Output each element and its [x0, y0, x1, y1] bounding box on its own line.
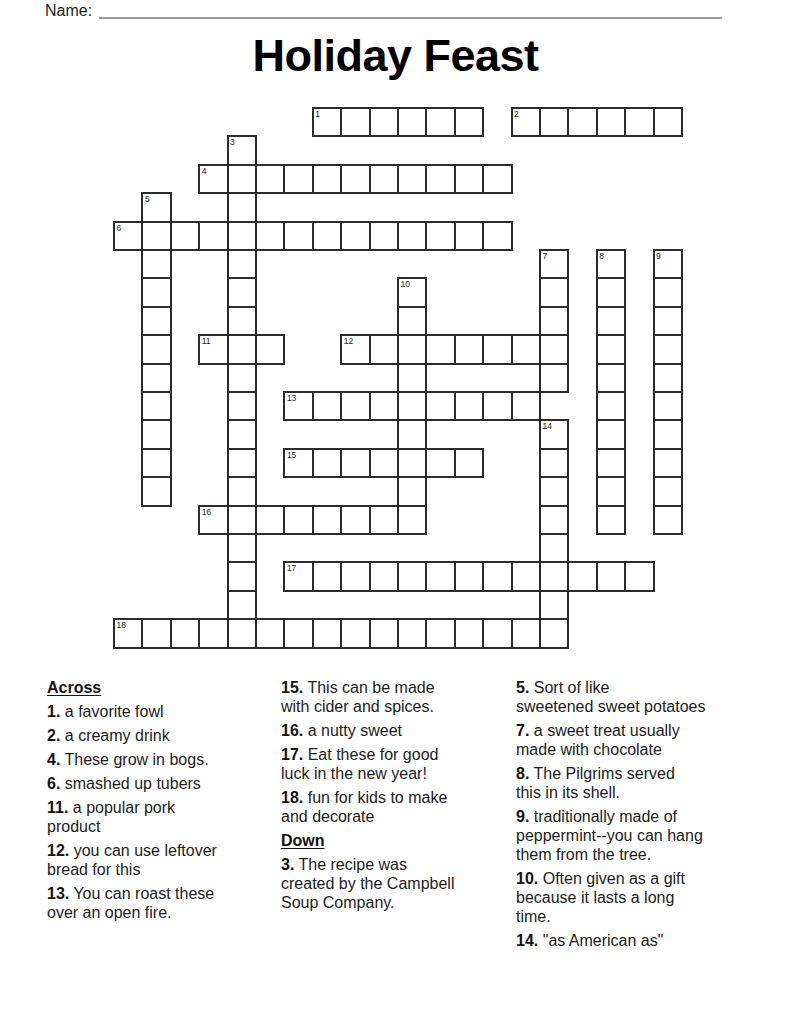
grid-cell[interactable] — [227, 505, 257, 535]
grid-cell[interactable] — [283, 164, 313, 194]
grid-cell[interactable] — [454, 448, 484, 478]
grid-cell[interactable] — [425, 164, 455, 194]
grid-cell[interactable] — [369, 391, 399, 421]
grid-cell[interactable] — [141, 334, 171, 364]
grid-cell[interactable] — [283, 221, 313, 251]
grid-cell[interactable] — [454, 164, 484, 194]
clue-item-number: 15. — [281, 679, 303, 696]
grid-cell[interactable] — [511, 391, 541, 421]
grid-cell[interactable] — [340, 221, 370, 251]
clue-item-11-across: 11. a popular porkproduct — [47, 798, 275, 836]
grid-cell[interactable] — [425, 334, 455, 364]
clue-item-number: 7. — [516, 722, 529, 739]
grid-cell[interactable] — [511, 618, 541, 648]
clue-number: 11 — [202, 337, 211, 346]
grid-cell[interactable] — [340, 505, 370, 535]
grid-cell[interactable] — [227, 533, 257, 563]
grid-cell[interactable] — [425, 561, 455, 591]
grid-cell[interactable] — [653, 306, 683, 336]
grid-cell[interactable] — [141, 391, 171, 421]
grid-cell[interactable] — [340, 107, 370, 137]
grid-cell[interactable] — [539, 618, 569, 648]
grid-cell[interactable] — [539, 476, 569, 506]
grid-cell[interactable] — [369, 164, 399, 194]
clue-number: 4 — [202, 167, 207, 176]
grid-cell[interactable] — [198, 221, 228, 251]
clue-item-15-across: 15. This can be madewith cider and spice… — [281, 678, 501, 716]
grid-cell[interactable] — [255, 618, 285, 648]
grid-cell[interactable] — [539, 505, 569, 535]
grid-cell[interactable] — [340, 448, 370, 478]
grid-cell[interactable] — [567, 561, 597, 591]
grid-cell[interactable] — [596, 505, 626, 535]
clue-number: 14 — [543, 422, 552, 431]
grid-cell[interactable] — [425, 221, 455, 251]
clue-number: 6 — [117, 224, 122, 233]
grid-cell[interactable] — [425, 391, 455, 421]
grid-cell[interactable] — [283, 505, 313, 535]
grid-cell[interactable] — [141, 618, 171, 648]
grid-cell[interactable] — [454, 107, 484, 137]
clue-item-number: 17. — [281, 746, 303, 763]
clues-heading-across: Across — [47, 678, 275, 697]
clue-item-9-down: 9. traditionally made ofpeppermint--you … — [516, 807, 764, 864]
grid-cell[interactable] — [482, 391, 512, 421]
grid-cell[interactable] — [539, 363, 569, 393]
clue-number: 1 — [315, 110, 320, 119]
clue-item-12-across: 12. you can use leftoverbread for this — [47, 841, 275, 879]
grid-cell[interactable] — [482, 334, 512, 364]
grid-cell[interactable] — [227, 334, 257, 364]
grid-cell[interactable] — [596, 107, 626, 137]
grid-cell[interactable] — [653, 419, 683, 449]
grid-cell[interactable] — [425, 107, 455, 137]
grid-cell[interactable] — [227, 277, 257, 307]
clue-number: 9 — [656, 252, 661, 261]
grid-cell[interactable] — [539, 277, 569, 307]
grid-cell[interactable] — [397, 363, 427, 393]
grid-cell[interactable] — [227, 476, 257, 506]
clues-heading-down: Down — [281, 831, 501, 850]
grid-cell[interactable] — [312, 448, 342, 478]
grid-cell[interactable] — [539, 448, 569, 478]
grid-cell[interactable] — [227, 618, 257, 648]
grid-cell[interactable] — [340, 391, 370, 421]
grid-cell[interactable] — [624, 107, 654, 137]
clue-item-17-across: 17. Eat these for goodluck in the new ye… — [281, 745, 501, 783]
clue-number: 15 — [287, 451, 296, 460]
grid-cell[interactable] — [482, 164, 512, 194]
grid-cell[interactable] — [397, 221, 427, 251]
grid-cell[interactable] — [397, 334, 427, 364]
clue-item-number: 2. — [47, 727, 60, 744]
grid-cell[interactable] — [369, 107, 399, 137]
grid-cell[interactable] — [397, 419, 427, 449]
clue-number: 13 — [287, 394, 296, 403]
grid-cell[interactable] — [141, 363, 171, 393]
grid-cell[interactable] — [539, 107, 569, 137]
clue-item-3-down: 3. The recipe wascreated by the Campbell… — [281, 855, 501, 912]
grid-cell[interactable] — [397, 618, 427, 648]
grid-cell[interactable] — [596, 391, 626, 421]
grid-cell[interactable] — [312, 221, 342, 251]
clue-item-8-down: 8. The Pilgrims servedthis in its shell. — [516, 764, 764, 802]
clues-column-2: 15. This can be madewith cider and spice… — [281, 678, 501, 917]
grid-cell[interactable] — [454, 221, 484, 251]
grid-cell[interactable] — [340, 561, 370, 591]
grid-cell[interactable] — [653, 505, 683, 535]
grid-cell[interactable] — [340, 164, 370, 194]
clue-number: 12 — [344, 337, 353, 346]
grid-cell[interactable] — [312, 618, 342, 648]
grid-cell[interactable] — [397, 164, 427, 194]
grid-cell[interactable] — [312, 391, 342, 421]
grid-cell[interactable] — [227, 391, 257, 421]
grid-cell[interactable] — [141, 476, 171, 506]
grid-cell[interactable] — [482, 561, 512, 591]
clue-item-13-across: 13. You can roast theseover an open fire… — [47, 884, 275, 922]
grid-cell[interactable] — [511, 334, 541, 364]
clue-number: 8 — [599, 252, 604, 261]
clue-item-number: 11. — [47, 799, 68, 816]
grid-cell[interactable] — [141, 448, 171, 478]
grid-cell[interactable] — [141, 221, 171, 251]
clue-item-number: 4. — [47, 751, 60, 768]
clue-item-number: 10. — [516, 870, 538, 887]
grid-cell[interactable] — [397, 306, 427, 336]
grid-cell[interactable] — [141, 419, 171, 449]
grid-cell[interactable] — [255, 164, 285, 194]
grid-cell[interactable] — [227, 590, 257, 620]
grid-cell[interactable] — [227, 306, 257, 336]
grid-cell[interactable] — [312, 164, 342, 194]
clue-item-number: 14. — [516, 932, 538, 949]
grid-cell[interactable] — [425, 618, 455, 648]
grid-cell[interactable] — [255, 221, 285, 251]
clue-item-4-across: 4. These grow in bogs. — [47, 750, 275, 769]
grid-cell[interactable] — [454, 618, 484, 648]
grid-cell[interactable] — [596, 419, 626, 449]
grid-cell[interactable] — [283, 618, 313, 648]
grid-cell[interactable] — [227, 561, 257, 591]
grid-cell[interactable] — [653, 476, 683, 506]
grid-cell[interactable] — [369, 618, 399, 648]
grid-cell[interactable] — [454, 561, 484, 591]
clue-item-number: 3. — [281, 856, 294, 873]
grid-cell[interactable] — [312, 505, 342, 535]
clue-item-number: 12. — [47, 842, 69, 859]
crossword-grid: 124611121315161718357891014 — [0, 0, 791, 660]
grid-cell[interactable] — [653, 334, 683, 364]
grid-cell[interactable] — [539, 533, 569, 563]
grid-cell[interactable] — [170, 618, 200, 648]
clue-item-1-across: 1. a favorite fowl — [47, 702, 275, 721]
grid-cell[interactable] — [539, 306, 569, 336]
grid-cell[interactable] — [596, 277, 626, 307]
grid-cell[interactable] — [596, 561, 626, 591]
clue-item-number: 18. — [281, 789, 303, 806]
clue-item-number: 13. — [47, 885, 69, 902]
clue-item-number: 6. — [47, 775, 60, 792]
clue-item-2-across: 2. a creamy drink — [47, 726, 275, 745]
grid-cell[interactable] — [397, 391, 427, 421]
grid-cell[interactable] — [397, 505, 427, 535]
grid-cell[interactable] — [198, 618, 228, 648]
clue-number: 17 — [287, 564, 296, 573]
grid-cell[interactable] — [454, 334, 484, 364]
clue-item-number: 8. — [516, 765, 529, 782]
grid-cell[interactable] — [653, 448, 683, 478]
grid-cell[interactable] — [454, 391, 484, 421]
grid-cell[interactable] — [141, 277, 171, 307]
grid-cell[interactable] — [397, 107, 427, 137]
grid-cell[interactable] — [369, 334, 399, 364]
grid-cell[interactable] — [425, 448, 455, 478]
grid-cell[interactable] — [369, 505, 399, 535]
grid-cell[interactable] — [369, 561, 399, 591]
clue-item-number: 9. — [516, 808, 529, 825]
grid-cell[interactable] — [141, 249, 171, 279]
grid-cell[interactable] — [596, 363, 626, 393]
clue-number: 10 — [401, 280, 410, 289]
clue-number: 18 — [117, 621, 126, 630]
clue-item-10-down: 10. Often given as a giftbecause it last… — [516, 869, 764, 926]
grid-cell[interactable] — [653, 277, 683, 307]
grid-cell[interactable] — [539, 334, 569, 364]
grid-cell[interactable] — [397, 476, 427, 506]
grid-cell[interactable] — [369, 448, 399, 478]
clue-item-16-across: 16. a nutty sweet — [281, 721, 501, 740]
grid-cell[interactable] — [340, 618, 370, 648]
grid-cell[interactable] — [170, 221, 200, 251]
clues-column-1: Across1. a favorite fowl2. a creamy drin… — [47, 678, 275, 927]
grid-cell[interactable] — [653, 107, 683, 137]
grid-cell[interactable] — [482, 618, 512, 648]
grid-cell[interactable] — [255, 505, 285, 535]
clue-number: 3 — [230, 138, 235, 147]
grid-cell[interactable] — [567, 107, 597, 137]
clue-item-18-across: 18. fun for kids to makeand decorate — [281, 788, 501, 826]
grid-cell[interactable] — [227, 363, 257, 393]
grid-cell[interactable] — [227, 164, 257, 194]
clue-number: 5 — [145, 195, 150, 204]
clue-item-6-across: 6. smashed up tubers — [47, 774, 275, 793]
grid-cell[interactable] — [653, 391, 683, 421]
grid-cell[interactable] — [397, 448, 427, 478]
grid-cell[interactable] — [227, 192, 257, 222]
grid-cell[interactable] — [624, 561, 654, 591]
grid-cell[interactable] — [227, 221, 257, 251]
grid-cell[interactable] — [539, 561, 569, 591]
clue-number: 2 — [514, 110, 519, 119]
clue-number: 16 — [202, 508, 211, 517]
grid-cell[interactable] — [141, 306, 171, 336]
clue-item-number: 5. — [516, 679, 529, 696]
grid-cell[interactable] — [539, 590, 569, 620]
grid-cell[interactable] — [511, 561, 541, 591]
clue-item-5-down: 5. Sort of likesweetened sweet potatoes — [516, 678, 764, 716]
grid-cell[interactable] — [227, 448, 257, 478]
grid-cell[interactable] — [397, 561, 427, 591]
grid-cell[interactable] — [312, 561, 342, 591]
grid-cell[interactable] — [227, 249, 257, 279]
clue-item-7-down: 7. a sweet treat usuallymade with chocol… — [516, 721, 764, 759]
grid-cell[interactable] — [653, 363, 683, 393]
grid-cell[interactable] — [596, 448, 626, 478]
grid-cell[interactable] — [227, 419, 257, 449]
grid-cell[interactable] — [369, 221, 399, 251]
clue-item-14-down: 14. "as American as" — [516, 931, 764, 950]
clues-column-3: 5. Sort of likesweetened sweet potatoes7… — [516, 678, 764, 955]
grid-cell[interactable] — [596, 476, 626, 506]
clue-number: 7 — [543, 252, 548, 261]
clue-item-number: 1. — [47, 703, 60, 720]
grid-cell[interactable] — [482, 221, 512, 251]
grid-cell[interactable] — [596, 334, 626, 364]
clue-item-number: 16. — [281, 722, 303, 739]
grid-cell[interactable] — [596, 306, 626, 336]
grid-cell[interactable] — [255, 334, 285, 364]
